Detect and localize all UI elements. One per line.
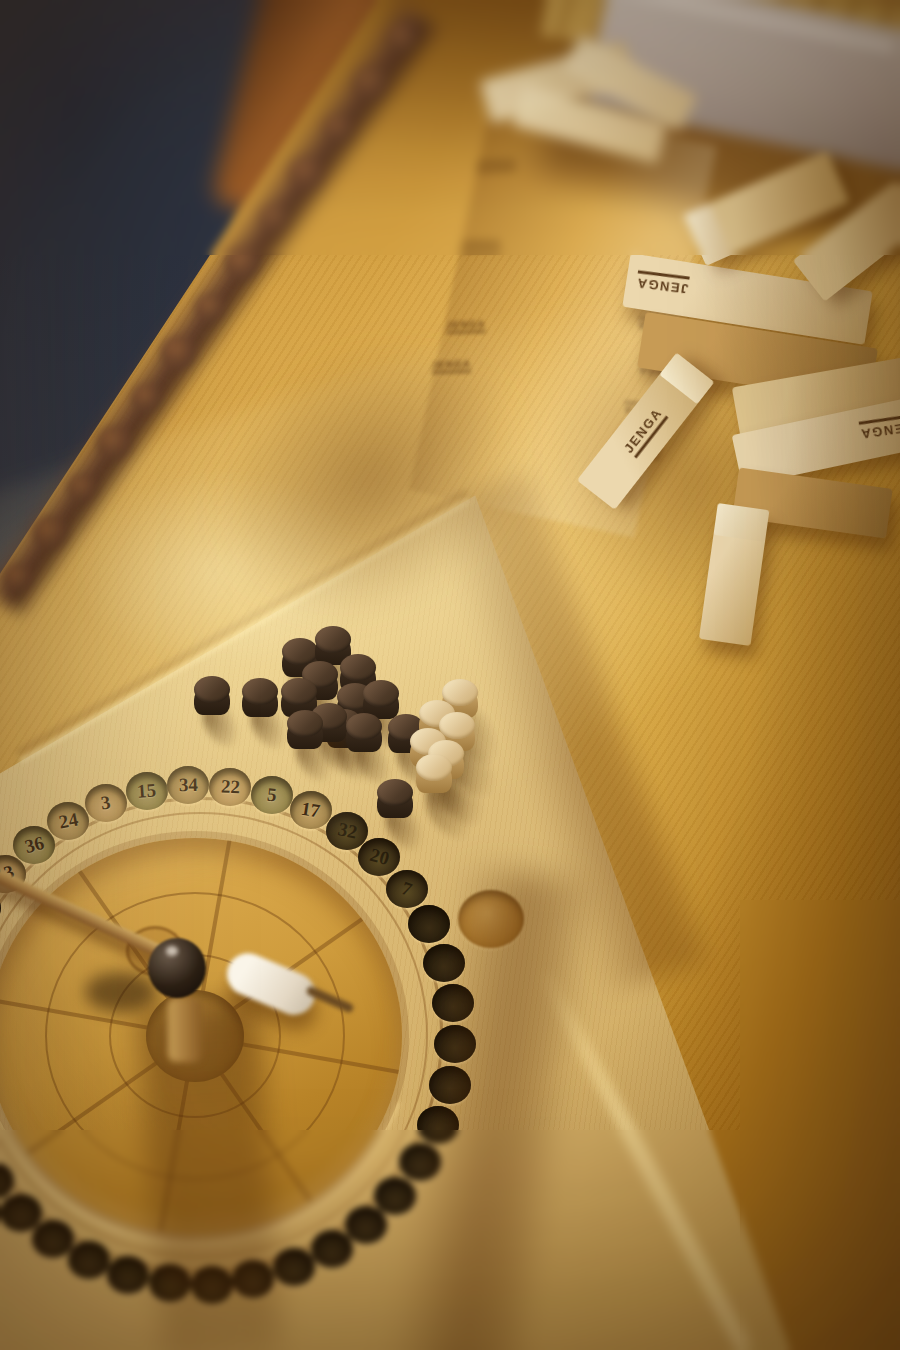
chip-top [363,680,399,707]
spinner-arm-shadow [138,1001,282,1350]
block-end-face [713,503,769,542]
pompom-tassel [260,204,288,232]
pompom-tassel [161,336,195,370]
pocket-number: 14 [381,1181,410,1210]
pocket-7: 7 [386,870,428,908]
dark-wooden-chip[interactable] [287,710,323,756]
chip-top [346,713,382,740]
chip-top [281,678,317,705]
chip-top [377,779,413,806]
dark-wooden-chip[interactable] [377,779,413,825]
pompom-tassel [33,516,67,550]
pocket-number: 11 [416,911,441,938]
pocket-11: 11 [408,905,450,943]
chip-top [315,626,351,653]
pompom-tassel [97,426,131,460]
pocket-6: 6 [107,1256,149,1294]
pocket-18: 18 [68,1241,110,1279]
chip-top [287,710,323,737]
pompom-tassel [289,156,323,190]
dark-wooden-chip[interactable] [194,676,230,722]
light-wooden-chip[interactable] [416,754,452,800]
pocket-19: 19 [0,1194,42,1232]
pompom-tassel [132,384,160,412]
photo-scene: 1336243153422517322071130269280214352341… [0,0,900,1350]
spinner-knob-shadow [85,972,157,1012]
pompom-tassel [225,246,259,280]
pocket-number: 18 [76,1248,103,1273]
pompom-tassel [324,114,352,142]
pocket-23: 23 [311,1230,353,1268]
dark-wooden-chip[interactable] [346,713,382,759]
chip-top [416,754,452,781]
chip-top [242,678,278,705]
pocket-31: 31 [32,1220,74,1258]
spinner-post [168,998,202,1062]
pocket-number: 8 [0,1175,5,1187]
pompom-tassel [4,564,32,592]
pocket-4: 4 [273,1248,315,1286]
chip-top [340,654,376,681]
pocket-number: 20 [367,844,391,870]
chip-top [194,676,230,703]
pocket-number: 35 [351,1211,380,1240]
pompom-tassel [68,474,96,502]
pocket-number: 7 [399,877,415,901]
spinner-knob[interactable] [148,938,206,998]
pompom-tassel [196,294,224,322]
pocket-35: 35 [345,1206,387,1244]
pocket-number: 19 [8,1201,33,1224]
pompom-tassel [353,66,387,100]
pocket-number: 23 [317,1235,346,1264]
pocket-number: 31 [40,1227,66,1251]
pompom-tassel [388,24,416,52]
pocket-number: 6 [116,1267,140,1284]
jenga-brand-stamp: JENGA [636,270,690,295]
spinner-knob-highlight [166,946,178,956]
pocket-number: 4 [282,1257,306,1277]
dark-wooden-chip[interactable] [242,678,278,724]
jenga-brand-stamp: JENGA [858,415,900,441]
